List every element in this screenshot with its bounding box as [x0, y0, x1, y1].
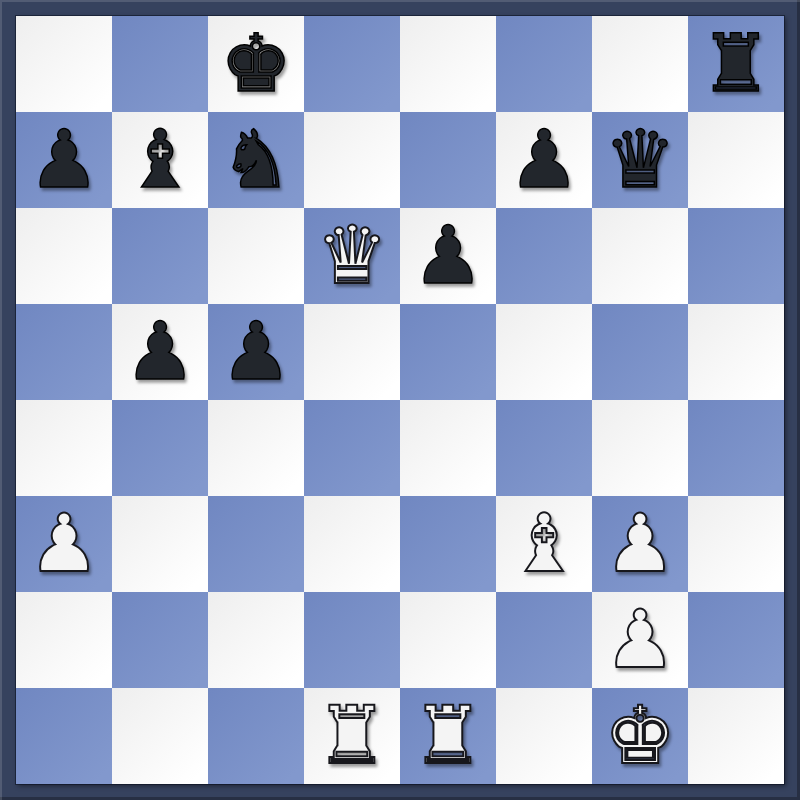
piece-white-bishop[interactable]: ♝: [508, 496, 580, 592]
piece-black-pawn[interactable]: ♟: [508, 112, 580, 208]
square-d1[interactable]: ♜: [304, 688, 400, 784]
board-frame: ♚♜♟♝♞♟♛♛♟♟♟♟♝♟♟♜♜♚: [0, 0, 800, 800]
square-h5[interactable]: [688, 304, 784, 400]
square-c3[interactable]: [208, 496, 304, 592]
square-c4[interactable]: [208, 400, 304, 496]
square-c8[interactable]: ♚: [208, 16, 304, 112]
square-d3[interactable]: [304, 496, 400, 592]
piece-black-king[interactable]: ♚: [220, 16, 292, 112]
square-e6[interactable]: ♟: [400, 208, 496, 304]
square-h6[interactable]: [688, 208, 784, 304]
square-d5[interactable]: [304, 304, 400, 400]
square-c6[interactable]: [208, 208, 304, 304]
square-c2[interactable]: [208, 592, 304, 688]
square-c7[interactable]: ♞: [208, 112, 304, 208]
square-d2[interactable]: [304, 592, 400, 688]
square-e2[interactable]: [400, 592, 496, 688]
piece-white-pawn[interactable]: ♟: [28, 496, 100, 592]
square-b4[interactable]: [112, 400, 208, 496]
piece-black-pawn[interactable]: ♟: [220, 304, 292, 400]
square-b8[interactable]: [112, 16, 208, 112]
square-g5[interactable]: [592, 304, 688, 400]
piece-white-pawn[interactable]: ♟: [604, 496, 676, 592]
square-f1[interactable]: [496, 688, 592, 784]
square-f5[interactable]: [496, 304, 592, 400]
square-g3[interactable]: ♟: [592, 496, 688, 592]
square-e1[interactable]: ♜: [400, 688, 496, 784]
square-f8[interactable]: [496, 16, 592, 112]
square-b7[interactable]: ♝: [112, 112, 208, 208]
piece-black-queen[interactable]: ♛: [604, 112, 676, 208]
square-h4[interactable]: [688, 400, 784, 496]
square-f4[interactable]: [496, 400, 592, 496]
square-g8[interactable]: [592, 16, 688, 112]
square-b1[interactable]: [112, 688, 208, 784]
piece-black-pawn[interactable]: ♟: [412, 208, 484, 304]
piece-black-knight[interactable]: ♞: [220, 112, 292, 208]
square-g7[interactable]: ♛: [592, 112, 688, 208]
square-d7[interactable]: [304, 112, 400, 208]
square-h1[interactable]: [688, 688, 784, 784]
square-e8[interactable]: [400, 16, 496, 112]
square-b5[interactable]: ♟: [112, 304, 208, 400]
piece-black-bishop[interactable]: ♝: [124, 112, 196, 208]
piece-white-rook[interactable]: ♜: [316, 688, 388, 784]
piece-black-pawn[interactable]: ♟: [28, 112, 100, 208]
square-f3[interactable]: ♝: [496, 496, 592, 592]
square-d4[interactable]: [304, 400, 400, 496]
square-a2[interactable]: [16, 592, 112, 688]
square-a1[interactable]: [16, 688, 112, 784]
square-e3[interactable]: [400, 496, 496, 592]
square-e7[interactable]: [400, 112, 496, 208]
square-c1[interactable]: [208, 688, 304, 784]
square-c5[interactable]: ♟: [208, 304, 304, 400]
square-b3[interactable]: [112, 496, 208, 592]
square-g6[interactable]: [592, 208, 688, 304]
square-d6[interactable]: ♛: [304, 208, 400, 304]
square-f2[interactable]: [496, 592, 592, 688]
square-h8[interactable]: ♜: [688, 16, 784, 112]
square-g2[interactable]: ♟: [592, 592, 688, 688]
square-a6[interactable]: [16, 208, 112, 304]
piece-white-pawn[interactable]: ♟: [604, 592, 676, 688]
square-f7[interactable]: ♟: [496, 112, 592, 208]
square-h2[interactable]: [688, 592, 784, 688]
board-grid: ♚♜♟♝♞♟♛♛♟♟♟♟♝♟♟♜♜♚: [16, 16, 784, 784]
square-a8[interactable]: [16, 16, 112, 112]
square-b6[interactable]: [112, 208, 208, 304]
square-f6[interactable]: [496, 208, 592, 304]
piece-black-pawn[interactable]: ♟: [124, 304, 196, 400]
square-a7[interactable]: ♟: [16, 112, 112, 208]
piece-white-queen[interactable]: ♛: [316, 208, 388, 304]
piece-white-king[interactable]: ♚: [604, 688, 676, 784]
piece-white-rook[interactable]: ♜: [412, 688, 484, 784]
square-a3[interactable]: ♟: [16, 496, 112, 592]
square-e5[interactable]: [400, 304, 496, 400]
square-a4[interactable]: [16, 400, 112, 496]
piece-black-rook[interactable]: ♜: [700, 16, 772, 112]
square-g4[interactable]: [592, 400, 688, 496]
square-b2[interactable]: [112, 592, 208, 688]
square-g1[interactable]: ♚: [592, 688, 688, 784]
square-h3[interactable]: [688, 496, 784, 592]
square-h7[interactable]: [688, 112, 784, 208]
square-d8[interactable]: [304, 16, 400, 112]
square-a5[interactable]: [16, 304, 112, 400]
square-e4[interactable]: [400, 400, 496, 496]
